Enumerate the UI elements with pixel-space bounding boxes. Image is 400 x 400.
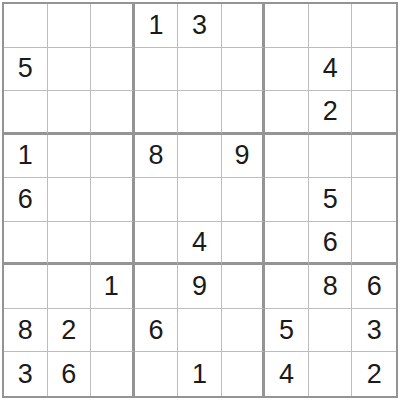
cell-r4c3[interactable] bbox=[91, 135, 135, 179]
cell-r3c9[interactable] bbox=[352, 91, 396, 135]
cell-r4c8[interactable] bbox=[309, 135, 353, 179]
cell-r1c6[interactable] bbox=[222, 4, 266, 48]
cell-r3c4[interactable] bbox=[135, 91, 179, 135]
cell-r2c4[interactable] bbox=[135, 48, 179, 92]
cell-r2c9[interactable] bbox=[352, 48, 396, 92]
cell-r6c2[interactable] bbox=[48, 222, 92, 266]
cell-r2c2[interactable] bbox=[48, 48, 92, 92]
cell-r3c2[interactable] bbox=[48, 91, 92, 135]
cell-r3c5[interactable] bbox=[178, 91, 222, 135]
cell-r2c6[interactable] bbox=[222, 48, 266, 92]
cell-r7c4[interactable] bbox=[135, 265, 179, 309]
cell-r7c3: 1 bbox=[91, 265, 135, 309]
cell-r3c1[interactable] bbox=[4, 91, 48, 135]
cell-r1c3[interactable] bbox=[91, 4, 135, 48]
cell-r5c2[interactable] bbox=[48, 178, 92, 222]
cell-r7c1[interactable] bbox=[4, 265, 48, 309]
cell-r1c8[interactable] bbox=[309, 4, 353, 48]
cell-r9c4[interactable] bbox=[135, 352, 179, 396]
cell-r2c3[interactable] bbox=[91, 48, 135, 92]
cell-r8c1: 8 bbox=[4, 309, 48, 353]
cell-r8c4: 6 bbox=[135, 309, 179, 353]
cell-r4c9[interactable] bbox=[352, 135, 396, 179]
cell-r1c4: 1 bbox=[135, 4, 179, 48]
cell-r6c8: 6 bbox=[309, 222, 353, 266]
cell-r4c6: 9 bbox=[222, 135, 266, 179]
cell-r6c5: 4 bbox=[178, 222, 222, 266]
cell-r3c8: 2 bbox=[309, 91, 353, 135]
cell-r9c8[interactable] bbox=[309, 352, 353, 396]
cell-r4c5[interactable] bbox=[178, 135, 222, 179]
cell-r1c9[interactable] bbox=[352, 4, 396, 48]
cell-r8c9: 3 bbox=[352, 309, 396, 353]
cell-r7c5: 9 bbox=[178, 265, 222, 309]
cell-r1c1[interactable] bbox=[4, 4, 48, 48]
cell-r4c7[interactable] bbox=[265, 135, 309, 179]
cell-r9c5: 1 bbox=[178, 352, 222, 396]
cell-r2c8: 4 bbox=[309, 48, 353, 92]
cell-r5c6[interactable] bbox=[222, 178, 266, 222]
cell-r5c5[interactable] bbox=[178, 178, 222, 222]
cell-r6c4[interactable] bbox=[135, 222, 179, 266]
cell-r9c3[interactable] bbox=[91, 352, 135, 396]
cell-r3c3[interactable] bbox=[91, 91, 135, 135]
cell-r7c2[interactable] bbox=[48, 265, 92, 309]
cell-r3c6[interactable] bbox=[222, 91, 266, 135]
cell-r1c2[interactable] bbox=[48, 4, 92, 48]
cell-r5c7[interactable] bbox=[265, 178, 309, 222]
cell-r1c5: 3 bbox=[178, 4, 222, 48]
cell-r7c6[interactable] bbox=[222, 265, 266, 309]
cell-r6c9[interactable] bbox=[352, 222, 396, 266]
cell-r5c4[interactable] bbox=[135, 178, 179, 222]
cell-r8c2: 2 bbox=[48, 309, 92, 353]
cell-r8c8[interactable] bbox=[309, 309, 353, 353]
cell-r6c1[interactable] bbox=[4, 222, 48, 266]
cell-r9c2: 6 bbox=[48, 352, 92, 396]
cell-r9c6[interactable] bbox=[222, 352, 266, 396]
cell-r1c7[interactable] bbox=[265, 4, 309, 48]
cell-r5c8: 5 bbox=[309, 178, 353, 222]
cell-r9c9: 2 bbox=[352, 352, 396, 396]
sudoku-page: 13542189654619868265336142 bbox=[0, 0, 400, 400]
cell-r6c6[interactable] bbox=[222, 222, 266, 266]
cell-r7c9: 6 bbox=[352, 265, 396, 309]
cell-r4c2[interactable] bbox=[48, 135, 92, 179]
cell-r6c3[interactable] bbox=[91, 222, 135, 266]
cell-r5c9[interactable] bbox=[352, 178, 396, 222]
cell-r9c7: 4 bbox=[265, 352, 309, 396]
cell-r2c1: 5 bbox=[4, 48, 48, 92]
sudoku-board: 13542189654619868265336142 bbox=[2, 2, 398, 398]
cell-r2c7[interactable] bbox=[265, 48, 309, 92]
cell-r4c4: 8 bbox=[135, 135, 179, 179]
cell-r8c3[interactable] bbox=[91, 309, 135, 353]
cell-r8c5[interactable] bbox=[178, 309, 222, 353]
cell-r8c7: 5 bbox=[265, 309, 309, 353]
cell-r9c1: 3 bbox=[4, 352, 48, 396]
cell-r8c6[interactable] bbox=[222, 309, 266, 353]
cell-r3c7[interactable] bbox=[265, 91, 309, 135]
cell-r6c7[interactable] bbox=[265, 222, 309, 266]
cell-r4c1: 1 bbox=[4, 135, 48, 179]
cell-r5c1: 6 bbox=[4, 178, 48, 222]
cell-r7c7[interactable] bbox=[265, 265, 309, 309]
cell-r5c3[interactable] bbox=[91, 178, 135, 222]
cell-r2c5[interactable] bbox=[178, 48, 222, 92]
cell-r7c8: 8 bbox=[309, 265, 353, 309]
